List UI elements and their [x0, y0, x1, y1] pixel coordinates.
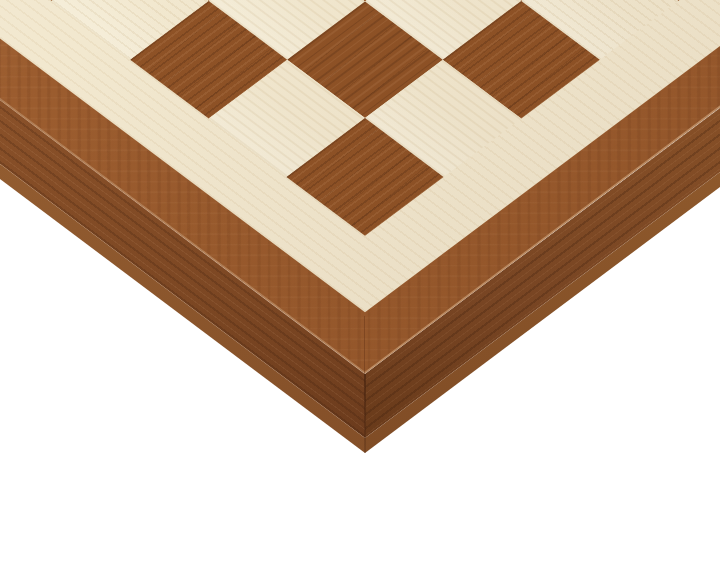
frame-miter-seam	[364, 316, 365, 374]
side-corner-seam	[364, 374, 366, 453]
product-photo-background	[0, 0, 720, 576]
